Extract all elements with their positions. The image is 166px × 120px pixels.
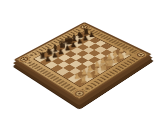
square-g2: ♟ [106, 52, 118, 59]
square-f1: ♝ [106, 59, 118, 66]
square-h2: ♟ [112, 49, 124, 56]
perspective-container: ♜♞♝♛♚♝♞♜♟♟♟♟♟♟♟♟♟♟♟♟♟♟♟♟♜♞♝♛♚♝♞♜ [29, 4, 135, 110]
product-photo-stage: ♜♞♝♛♚♝♞♜♟♟♟♟♟♟♟♟♟♟♟♟♟♟♟♟♜♞♝♛♚♝♞♜ [0, 0, 166, 120]
square-g3 [100, 49, 112, 56]
square-c1: ♝ [87, 71, 100, 78]
square-h1: ♜ [118, 52, 130, 59]
carved-frame: ♜♞♝♛♚♝♞♜♟♟♟♟♟♟♟♟♟♟♟♟♟♟♟♟♜♞♝♛♚♝♞♜ [14, 22, 152, 101]
chess-board: ♜♞♝♛♚♝♞♜♟♟♟♟♟♟♟♟♟♟♟♟♟♟♟♟♜♞♝♛♚♝♞♜ [14, 22, 152, 101]
